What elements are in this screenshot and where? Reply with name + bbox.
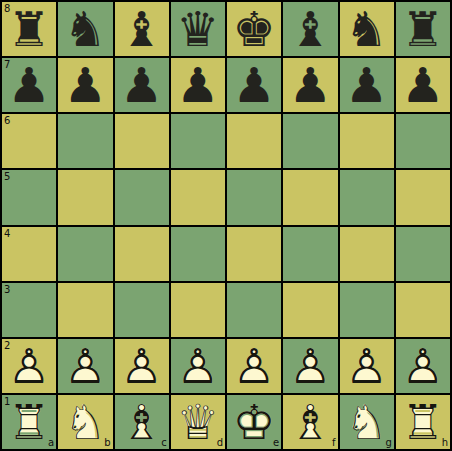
square-e1[interactable]: ♚♔e: [227, 395, 281, 449]
piece-glyph: ♞: [340, 2, 394, 56]
rank-label: 8: [4, 4, 10, 14]
square-b4[interactable]: [58, 227, 112, 281]
file-label: f: [332, 438, 336, 448]
square-f1[interactable]: ♝♗f: [283, 395, 337, 449]
square-b2[interactable]: ♟♙: [58, 339, 112, 393]
square-h4[interactable]: [396, 227, 450, 281]
rank-label: 2: [4, 341, 10, 351]
square-f2[interactable]: ♟♙: [283, 339, 337, 393]
square-h8[interactable]: ♜: [396, 2, 450, 56]
square-f8[interactable]: ♝: [283, 2, 337, 56]
square-c7[interactable]: ♟: [115, 58, 169, 112]
piece-glyph: ♟: [340, 58, 394, 112]
square-e7[interactable]: ♟: [227, 58, 281, 112]
chess-board: ♜8♞♝♛♚♝♞♜♟7♟♟♟♟♟♟♟6543♟♙2♟♙♟♙♟♙♟♙♟♙♟♙♟♙♜…: [0, 0, 452, 451]
rank-label: 4: [4, 229, 10, 239]
piece-black-queen[interactable]: ♛: [171, 2, 225, 56]
piece-glyph: ♟: [227, 58, 281, 112]
square-e4[interactable]: [227, 227, 281, 281]
piece-glyph: ♛: [171, 2, 225, 56]
piece-white-pawn[interactable]: ♟♙: [227, 339, 281, 393]
piece-black-pawn[interactable]: ♟: [283, 58, 337, 112]
piece-glyph: ♟: [396, 58, 450, 112]
square-b5[interactable]: [58, 170, 112, 224]
square-f7[interactable]: ♟: [283, 58, 337, 112]
piece-black-pawn[interactable]: ♟: [58, 58, 112, 112]
rank-label: 6: [4, 116, 10, 126]
piece-black-rook[interactable]: ♜: [396, 2, 450, 56]
square-d6[interactable]: [171, 114, 225, 168]
file-label: g: [385, 438, 391, 448]
piece-glyph: ♝: [283, 2, 337, 56]
square-b8[interactable]: ♞: [58, 2, 112, 56]
square-g3[interactable]: [340, 283, 394, 337]
file-label: h: [442, 438, 448, 448]
square-g6[interactable]: [340, 114, 394, 168]
square-f4[interactable]: [283, 227, 337, 281]
square-e8[interactable]: ♚: [227, 2, 281, 56]
piece-outline-glyph: ♗: [283, 395, 337, 449]
piece-black-bishop[interactable]: ♝: [115, 2, 169, 56]
piece-white-bishop[interactable]: ♝♗: [283, 395, 337, 449]
piece-glyph: ♟: [115, 58, 169, 112]
square-f5[interactable]: [283, 170, 337, 224]
square-a2[interactable]: ♟♙2: [2, 339, 56, 393]
square-c4[interactable]: [115, 227, 169, 281]
piece-outline-glyph: ♙: [340, 339, 394, 393]
square-e6[interactable]: [227, 114, 281, 168]
square-a7[interactable]: ♟7: [2, 58, 56, 112]
piece-glyph: ♟: [171, 58, 225, 112]
file-label: a: [48, 438, 54, 448]
square-d4[interactable]: [171, 227, 225, 281]
square-a5[interactable]: 5: [2, 170, 56, 224]
piece-glyph: ♟: [58, 58, 112, 112]
piece-glyph: ♚: [227, 2, 281, 56]
piece-glyph: ♞: [58, 2, 112, 56]
square-g2[interactable]: ♟♙: [340, 339, 394, 393]
piece-glyph: ♟: [283, 58, 337, 112]
piece-black-bishop[interactable]: ♝: [283, 2, 337, 56]
square-g8[interactable]: ♞: [340, 2, 394, 56]
square-b7[interactable]: ♟: [58, 58, 112, 112]
square-c1[interactable]: ♝♗c: [115, 395, 169, 449]
square-d8[interactable]: ♛: [171, 2, 225, 56]
piece-black-knight[interactable]: ♞: [340, 2, 394, 56]
square-d2[interactable]: ♟♙: [171, 339, 225, 393]
square-h7[interactable]: ♟: [396, 58, 450, 112]
piece-outline-glyph: ♙: [58, 339, 112, 393]
piece-black-pawn[interactable]: ♟: [171, 58, 225, 112]
piece-white-pawn[interactable]: ♟♙: [340, 339, 394, 393]
square-e5[interactable]: [227, 170, 281, 224]
square-h6[interactable]: [396, 114, 450, 168]
square-f6[interactable]: [283, 114, 337, 168]
square-e3[interactable]: [227, 283, 281, 337]
square-a6[interactable]: 6: [2, 114, 56, 168]
square-a3[interactable]: 3: [2, 283, 56, 337]
file-label: e: [273, 438, 279, 448]
piece-black-king[interactable]: ♚: [227, 2, 281, 56]
piece-black-pawn[interactable]: ♟: [227, 58, 281, 112]
square-d5[interactable]: [171, 170, 225, 224]
piece-outline-glyph: ♙: [171, 339, 225, 393]
file-label: d: [217, 438, 223, 448]
square-h2[interactable]: ♟♙: [396, 339, 450, 393]
file-label: b: [104, 438, 110, 448]
piece-black-pawn[interactable]: ♟: [396, 58, 450, 112]
square-a1[interactable]: ♜♖1a: [2, 395, 56, 449]
piece-white-pawn[interactable]: ♟♙: [396, 339, 450, 393]
square-b1[interactable]: ♞♘b: [58, 395, 112, 449]
piece-white-pawn[interactable]: ♟♙: [171, 339, 225, 393]
square-c8[interactable]: ♝: [115, 2, 169, 56]
square-h5[interactable]: [396, 170, 450, 224]
square-h3[interactable]: [396, 283, 450, 337]
piece-outline-glyph: ♙: [283, 339, 337, 393]
piece-outline-glyph: ♙: [396, 339, 450, 393]
piece-glyph: ♜: [396, 2, 450, 56]
square-g7[interactable]: ♟: [340, 58, 394, 112]
square-h1[interactable]: ♜♖h: [396, 395, 450, 449]
rank-label: 3: [4, 285, 10, 295]
piece-outline-glyph: ♙: [227, 339, 281, 393]
square-d3[interactable]: [171, 283, 225, 337]
square-e2[interactable]: ♟♙: [227, 339, 281, 393]
square-a8[interactable]: ♜8: [2, 2, 56, 56]
piece-glyph: ♝: [115, 2, 169, 56]
square-c6[interactable]: [115, 114, 169, 168]
rank-label: 5: [4, 172, 10, 182]
square-d7[interactable]: ♟: [171, 58, 225, 112]
square-a4[interactable]: 4: [2, 227, 56, 281]
rank-label: 7: [4, 60, 10, 70]
file-label: c: [161, 438, 167, 448]
square-c3[interactable]: [115, 283, 169, 337]
square-g1[interactable]: ♞♘g: [340, 395, 394, 449]
piece-white-pawn[interactable]: ♟♙: [283, 339, 337, 393]
square-c5[interactable]: [115, 170, 169, 224]
piece-white-pawn[interactable]: ♟♙: [115, 339, 169, 393]
square-f3[interactable]: [283, 283, 337, 337]
piece-black-knight[interactable]: ♞: [58, 2, 112, 56]
piece-black-pawn[interactable]: ♟: [340, 58, 394, 112]
square-b6[interactable]: [58, 114, 112, 168]
piece-white-pawn[interactable]: ♟♙: [58, 339, 112, 393]
square-g4[interactable]: [340, 227, 394, 281]
rank-label: 1: [4, 397, 10, 407]
square-d1[interactable]: ♛♕d: [171, 395, 225, 449]
square-b3[interactable]: [58, 283, 112, 337]
piece-black-pawn[interactable]: ♟: [115, 58, 169, 112]
piece-outline-glyph: ♙: [115, 339, 169, 393]
square-g5[interactable]: [340, 170, 394, 224]
square-c2[interactable]: ♟♙: [115, 339, 169, 393]
